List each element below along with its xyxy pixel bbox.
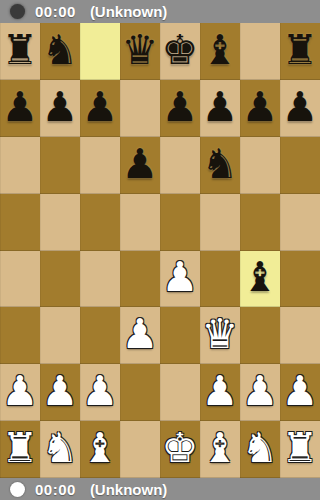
square-a3[interactable] [0, 307, 40, 364]
square-a7[interactable]: ♟ [0, 80, 40, 137]
white-pawn[interactable]: ♟ [42, 371, 79, 412]
square-e4[interactable]: ♟ [160, 251, 200, 308]
black-player-circle-icon [10, 4, 25, 19]
white-pawn[interactable]: ♟ [202, 371, 239, 412]
square-a5[interactable] [0, 194, 40, 251]
square-h6[interactable] [280, 137, 320, 194]
square-a2[interactable]: ♟ [0, 364, 40, 421]
square-h1[interactable]: ♜ [280, 421, 320, 478]
square-b1[interactable]: ♞ [40, 421, 80, 478]
white-rook[interactable]: ♜ [282, 428, 319, 469]
white-rook[interactable]: ♜ [2, 428, 39, 469]
black-pawn[interactable]: ♟ [42, 87, 79, 128]
square-d3[interactable]: ♟ [120, 307, 160, 364]
square-g8[interactable] [240, 23, 280, 80]
black-pawn[interactable]: ♟ [202, 87, 239, 128]
black-queen[interactable]: ♛ [122, 30, 159, 71]
square-h4[interactable] [280, 251, 320, 308]
white-knight[interactable]: ♞ [42, 428, 79, 469]
square-f6[interactable]: ♞ [200, 137, 240, 194]
square-f4[interactable] [200, 251, 240, 308]
square-e8[interactable]: ♚ [160, 23, 200, 80]
black-rook[interactable]: ♜ [282, 30, 319, 71]
black-pawn[interactable]: ♟ [162, 87, 199, 128]
white-pawn[interactable]: ♟ [82, 371, 119, 412]
square-f8[interactable]: ♝ [200, 23, 240, 80]
square-h8[interactable]: ♜ [280, 23, 320, 80]
square-d7[interactable] [120, 80, 160, 137]
square-e1[interactable]: ♚ [160, 421, 200, 478]
square-g1[interactable]: ♞ [240, 421, 280, 478]
white-pawn[interactable]: ♟ [2, 371, 39, 412]
square-a4[interactable] [0, 251, 40, 308]
square-c6[interactable] [80, 137, 120, 194]
square-b7[interactable]: ♟ [40, 80, 80, 137]
square-c5[interactable] [80, 194, 120, 251]
square-a6[interactable] [0, 137, 40, 194]
square-b4[interactable] [40, 251, 80, 308]
white-knight[interactable]: ♞ [242, 428, 279, 469]
square-a1[interactable]: ♜ [0, 421, 40, 478]
square-e5[interactable] [160, 194, 200, 251]
square-f2[interactable]: ♟ [200, 364, 240, 421]
black-knight[interactable]: ♞ [202, 144, 239, 185]
chess-app: 00:00 (Unknown) ♜♞♛♚♝♜♟♟♟♟♟♟♟♟♞♟♝♟♛♟♟♟♟♟… [0, 0, 320, 500]
square-d4[interactable] [120, 251, 160, 308]
white-player-circle-icon [10, 482, 25, 497]
bottom-player-bar: 00:00 (Unknown) [0, 478, 320, 500]
white-bishop[interactable]: ♝ [82, 428, 119, 469]
square-f3[interactable]: ♛ [200, 307, 240, 364]
white-queen[interactable]: ♛ [202, 314, 239, 355]
chess-board: ♜♞♛♚♝♜♟♟♟♟♟♟♟♟♞♟♝♟♛♟♟♟♟♟♟♜♞♝♚♝♞♜ [0, 23, 320, 478]
white-pawn[interactable]: ♟ [242, 371, 279, 412]
square-g3[interactable] [240, 307, 280, 364]
black-pawn[interactable]: ♟ [282, 87, 319, 128]
square-g6[interactable] [240, 137, 280, 194]
square-h5[interactable] [280, 194, 320, 251]
square-h7[interactable]: ♟ [280, 80, 320, 137]
square-f5[interactable] [200, 194, 240, 251]
square-e3[interactable] [160, 307, 200, 364]
square-e2[interactable] [160, 364, 200, 421]
square-c4[interactable] [80, 251, 120, 308]
top-player-clock: 00:00 [35, 3, 76, 20]
square-c7[interactable]: ♟ [80, 80, 120, 137]
black-king[interactable]: ♚ [162, 30, 199, 71]
black-rook[interactable]: ♜ [2, 30, 39, 71]
square-b8[interactable]: ♞ [40, 23, 80, 80]
square-c8[interactable] [80, 23, 120, 80]
black-pawn[interactable]: ♟ [122, 144, 159, 185]
square-d1[interactable] [120, 421, 160, 478]
square-e6[interactable] [160, 137, 200, 194]
white-pawn[interactable]: ♟ [282, 371, 319, 412]
square-d5[interactable] [120, 194, 160, 251]
square-b2[interactable]: ♟ [40, 364, 80, 421]
white-king[interactable]: ♚ [162, 428, 199, 469]
square-h2[interactable]: ♟ [280, 364, 320, 421]
bottom-player-clock: 00:00 [35, 481, 76, 498]
black-bishop[interactable]: ♝ [242, 257, 279, 298]
top-player-name: (Unknown) [90, 3, 167, 20]
top-player-bar: 00:00 (Unknown) [0, 0, 320, 23]
square-g2[interactable]: ♟ [240, 364, 280, 421]
square-c1[interactable]: ♝ [80, 421, 120, 478]
square-b6[interactable] [40, 137, 80, 194]
square-a8[interactable]: ♜ [0, 23, 40, 80]
square-d6[interactable]: ♟ [120, 137, 160, 194]
black-pawn[interactable]: ♟ [82, 87, 119, 128]
bottom-player-name: (Unknown) [90, 481, 167, 498]
square-c2[interactable]: ♟ [80, 364, 120, 421]
white-pawn[interactable]: ♟ [162, 257, 199, 298]
black-bishop[interactable]: ♝ [202, 30, 239, 71]
square-e7[interactable]: ♟ [160, 80, 200, 137]
square-g4[interactable]: ♝ [240, 251, 280, 308]
square-f1[interactable]: ♝ [200, 421, 240, 478]
square-b3[interactable] [40, 307, 80, 364]
square-g5[interactable] [240, 194, 280, 251]
white-pawn[interactable]: ♟ [122, 314, 159, 355]
square-g7[interactable]: ♟ [240, 80, 280, 137]
square-b5[interactable] [40, 194, 80, 251]
black-pawn[interactable]: ♟ [242, 87, 279, 128]
square-d2[interactable] [120, 364, 160, 421]
square-c3[interactable] [80, 307, 120, 364]
square-d8[interactable]: ♛ [120, 23, 160, 80]
square-h3[interactable] [280, 307, 320, 364]
white-bishop[interactable]: ♝ [202, 428, 239, 469]
square-f7[interactable]: ♟ [200, 80, 240, 137]
black-knight[interactable]: ♞ [42, 30, 79, 71]
black-pawn[interactable]: ♟ [2, 87, 39, 128]
